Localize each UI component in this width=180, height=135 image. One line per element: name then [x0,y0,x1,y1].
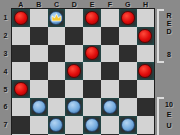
square-e2[interactable] [83,27,101,45]
square-d3[interactable] [65,45,83,63]
square-c6[interactable] [48,98,66,116]
square-h3[interactable] [137,45,155,63]
square-g4[interactable] [119,62,137,80]
col-label-D: D [65,0,83,9]
red-bracket-line [157,9,159,63]
checkers-game-screen: ABCDEFGH 12345678 RED 8 10 EU [0,0,180,135]
red-piece[interactable] [85,11,99,25]
square-a7[interactable] [12,116,30,134]
red-letter-E: E [161,20,177,28]
square-e1[interactable] [83,9,101,27]
col-label-C: C [48,0,66,9]
red-piece[interactable] [85,46,99,60]
square-a3[interactable] [12,45,30,63]
blue-score-count: 10 [161,101,177,109]
blue-piece[interactable] [121,118,135,132]
row-label-4: 4 [0,62,11,80]
crown-icon [51,13,62,22]
blue-piece[interactable] [67,100,81,114]
square-b3[interactable] [30,45,48,63]
square-g2[interactable] [119,27,137,45]
blue-piece[interactable] [49,118,63,132]
square-h2[interactable] [137,27,155,45]
square-g5[interactable] [119,80,137,98]
square-c1[interactable] [48,9,66,27]
red-piece[interactable] [138,29,152,43]
square-h1[interactable] [137,9,155,27]
square-b1[interactable] [30,9,48,27]
col-label-B: B [30,0,48,9]
red-piece[interactable] [121,11,135,25]
square-b4[interactable] [30,62,48,80]
square-d7[interactable] [65,116,83,134]
square-c8[interactable] [48,134,66,135]
square-f1[interactable] [101,9,119,27]
square-c4[interactable] [48,62,66,80]
square-f2[interactable] [101,27,119,45]
blue-piece[interactable] [103,100,117,114]
square-f4[interactable] [101,62,119,80]
blue-bracket-line [157,97,159,135]
red-piece[interactable] [14,82,28,96]
square-c3[interactable] [48,45,66,63]
square-h5[interactable] [137,80,155,98]
square-d6[interactable] [65,98,83,116]
square-c7[interactable] [48,116,66,134]
square-g8[interactable] [119,134,137,135]
square-b6[interactable] [30,98,48,116]
col-label-E: E [83,0,101,9]
red-piece[interactable] [67,64,81,78]
square-a4[interactable] [12,62,30,80]
square-c5[interactable] [48,80,66,98]
col-label-G: G [119,0,137,9]
row-label-3: 3 [0,45,11,63]
red-piece[interactable] [14,11,28,25]
square-f6[interactable] [101,98,119,116]
square-h8[interactable] [137,134,155,135]
square-d5[interactable] [65,80,83,98]
square-d8[interactable] [65,134,83,135]
square-d2[interactable] [65,27,83,45]
square-h7[interactable] [137,116,155,134]
square-f3[interactable] [101,45,119,63]
square-b5[interactable] [30,80,48,98]
square-b7[interactable] [30,116,48,134]
row-label-8: 8 [0,134,11,135]
col-label-F: F [101,0,119,9]
square-e4[interactable] [83,62,101,80]
row-label-2: 2 [0,27,11,45]
red-bracket-bottom-tick [157,61,164,63]
red-letter-D: D [161,28,177,36]
red-letter-R: R [161,12,177,20]
row-label-1: 1 [0,9,11,27]
square-e6[interactable] [83,98,101,116]
square-a2[interactable] [12,27,30,45]
square-a8[interactable] [12,134,30,135]
blue-letter-E: E [161,111,177,119]
square-f8[interactable] [101,134,119,135]
row-label-6: 6 [0,98,11,116]
square-f5[interactable] [101,80,119,98]
square-a1[interactable] [12,9,30,27]
red-piece[interactable] [138,64,152,78]
square-g1[interactable] [119,9,137,27]
square-g7[interactable] [119,116,137,134]
col-label-A: A [12,0,30,9]
square-d1[interactable] [65,9,83,27]
square-h4[interactable] [137,62,155,80]
blue-letter-U: U [161,122,177,130]
row-label-7: 7 [0,116,11,134]
blue-king-piece[interactable] [49,11,63,25]
square-c2[interactable] [48,27,66,45]
square-e3[interactable] [83,45,101,63]
blue-bracket-top-tick [157,97,164,99]
red-bracket-top-tick [157,9,164,11]
blue-piece[interactable] [85,118,99,132]
square-b8[interactable] [30,134,48,135]
red-score-count: 8 [161,51,177,59]
square-e8[interactable] [83,134,101,135]
square-e5[interactable] [83,80,101,98]
checkers-board[interactable] [12,9,154,135]
square-g6[interactable] [119,98,137,116]
row-label-5: 5 [0,80,11,98]
square-e7[interactable] [83,116,101,134]
blue-piece[interactable] [32,100,46,114]
square-d4[interactable] [65,62,83,80]
square-f7[interactable] [101,116,119,134]
square-a6[interactable] [12,98,30,116]
square-a5[interactable] [12,80,30,98]
square-h6[interactable] [137,98,155,116]
square-g3[interactable] [119,45,137,63]
square-b2[interactable] [30,27,48,45]
col-label-H: H [137,0,155,9]
